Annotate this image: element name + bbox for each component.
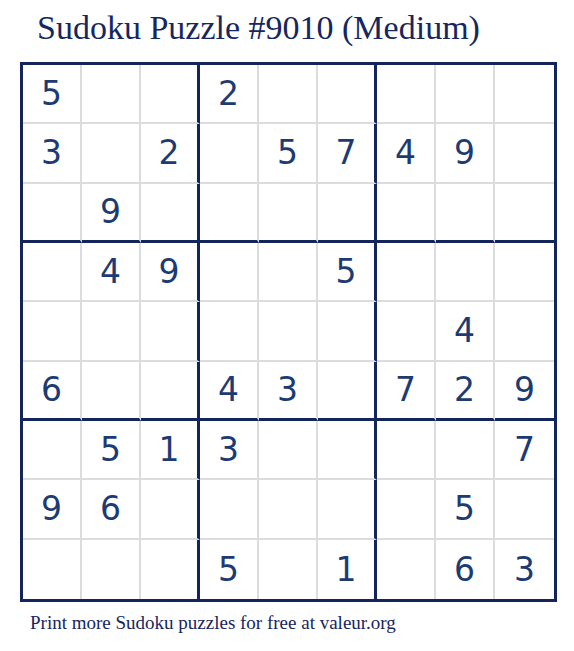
footer-text: Print more Sudoku puzzles for free at va… [30,612,396,634]
cell-r9c3[interactable] [141,540,200,599]
sudoku-board: 523257499495464372951379655163 [20,62,557,602]
cell-r6c5[interactable]: 3 [259,362,318,421]
cell-r8c2[interactable]: 6 [82,480,141,539]
cell-r2c7[interactable]: 4 [377,124,436,183]
cell-r5c1[interactable] [23,302,82,361]
cell-r2c8[interactable]: 9 [436,124,495,183]
cell-r3c6[interactable] [318,184,377,243]
cell-r9c5[interactable] [259,540,318,599]
cell-r8c8[interactable]: 5 [436,480,495,539]
cell-r7c7[interactable] [377,421,436,480]
cell-r4c7[interactable] [377,243,436,302]
cell-r1c9[interactable] [495,65,554,124]
cell-r8c1[interactable]: 9 [23,480,82,539]
cell-r3c9[interactable] [495,184,554,243]
cell-r7c1[interactable] [23,421,82,480]
cell-r6c2[interactable] [82,362,141,421]
cell-r1c6[interactable] [318,65,377,124]
cell-r4c4[interactable] [200,243,259,302]
cell-r7c5[interactable] [259,421,318,480]
cell-r3c2[interactable]: 9 [82,184,141,243]
cell-r5c9[interactable] [495,302,554,361]
cell-r3c3[interactable] [141,184,200,243]
cell-r5c7[interactable] [377,302,436,361]
cell-r3c7[interactable] [377,184,436,243]
cell-r9c7[interactable] [377,540,436,599]
cell-r8c4[interactable] [200,480,259,539]
cell-r4c9[interactable] [495,243,554,302]
cell-r9c6[interactable]: 1 [318,540,377,599]
cell-r8c9[interactable] [495,480,554,539]
cell-r1c8[interactable] [436,65,495,124]
cell-r3c8[interactable] [436,184,495,243]
cell-r9c4[interactable]: 5 [200,540,259,599]
cell-r1c7[interactable] [377,65,436,124]
cell-r5c6[interactable] [318,302,377,361]
cell-r3c4[interactable] [200,184,259,243]
cell-r5c2[interactable] [82,302,141,361]
cell-r9c9[interactable]: 3 [495,540,554,599]
cell-r5c4[interactable] [200,302,259,361]
cell-r4c6[interactable]: 5 [318,243,377,302]
cell-r7c4[interactable]: 3 [200,421,259,480]
cell-r9c2[interactable] [82,540,141,599]
cell-r9c8[interactable]: 6 [436,540,495,599]
cell-r6c8[interactable]: 2 [436,362,495,421]
cell-r2c4[interactable] [200,124,259,183]
cell-r8c3[interactable] [141,480,200,539]
cell-r7c3[interactable]: 1 [141,421,200,480]
cell-r8c7[interactable] [377,480,436,539]
cell-r2c1[interactable]: 3 [23,124,82,183]
cell-r7c2[interactable]: 5 [82,421,141,480]
cell-r1c1[interactable]: 5 [23,65,82,124]
cell-r1c2[interactable] [82,65,141,124]
cell-r3c5[interactable] [259,184,318,243]
page-title: Sudoku Puzzle #9010 (Medium) [37,8,480,49]
cell-r4c8[interactable] [436,243,495,302]
cell-r6c1[interactable]: 6 [23,362,82,421]
cell-r2c5[interactable]: 5 [259,124,318,183]
cell-r2c2[interactable] [82,124,141,183]
cell-r2c6[interactable]: 7 [318,124,377,183]
cell-r6c7[interactable]: 7 [377,362,436,421]
cell-r4c2[interactable]: 4 [82,243,141,302]
cell-r6c3[interactable] [141,362,200,421]
sudoku-page: Sudoku Puzzle #9010 (Medium) 52325749949… [0,0,574,651]
cell-r1c5[interactable] [259,65,318,124]
cell-r7c8[interactable] [436,421,495,480]
cell-r1c4[interactable]: 2 [200,65,259,124]
cell-r2c3[interactable]: 2 [141,124,200,183]
cell-r4c3[interactable]: 9 [141,243,200,302]
cell-r6c4[interactable]: 4 [200,362,259,421]
cell-r8c6[interactable] [318,480,377,539]
cell-r4c5[interactable] [259,243,318,302]
cell-r9c1[interactable] [23,540,82,599]
cell-r6c9[interactable]: 9 [495,362,554,421]
cell-r5c8[interactable]: 4 [436,302,495,361]
cell-r7c6[interactable] [318,421,377,480]
cell-r3c1[interactable] [23,184,82,243]
cell-r6c6[interactable] [318,362,377,421]
cell-r2c9[interactable] [495,124,554,183]
cell-r5c5[interactable] [259,302,318,361]
cell-r8c5[interactable] [259,480,318,539]
cell-r1c3[interactable] [141,65,200,124]
cell-r7c9[interactable]: 7 [495,421,554,480]
cell-r4c1[interactable] [23,243,82,302]
cell-r5c3[interactable] [141,302,200,361]
